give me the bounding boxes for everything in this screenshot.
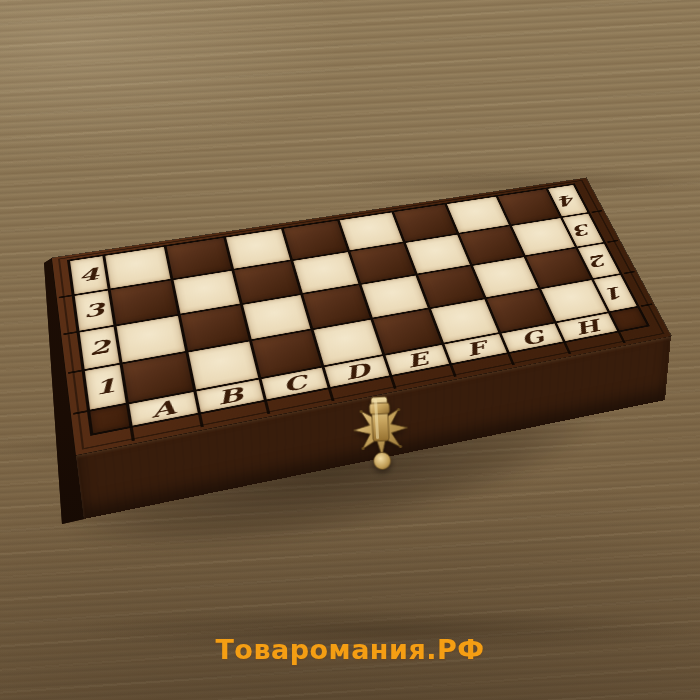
rank-label-left-4: 4 <box>70 256 108 294</box>
brass-clasp-latch <box>350 388 413 487</box>
corner-cell-left <box>90 405 129 434</box>
photo-scene: 44332211ABCDEFGH <box>0 0 700 700</box>
rank-label-right-text-1: 1 <box>603 283 628 303</box>
watermark-text: Товаромания.РФ <box>215 634 484 665</box>
rank-label-right-text-4: 4 <box>556 192 579 210</box>
rank-label-right-text-3: 3 <box>571 221 595 240</box>
rank-label-left-1: 1 <box>85 365 126 410</box>
corner-cell-right <box>611 308 647 331</box>
rank-label-left-3: 3 <box>75 291 114 331</box>
rank-label-left-2: 2 <box>80 327 120 369</box>
rank-label-right-text-2: 2 <box>586 251 611 270</box>
clasp-hinge-knuckle <box>369 403 390 415</box>
clasp-knob <box>373 452 391 470</box>
